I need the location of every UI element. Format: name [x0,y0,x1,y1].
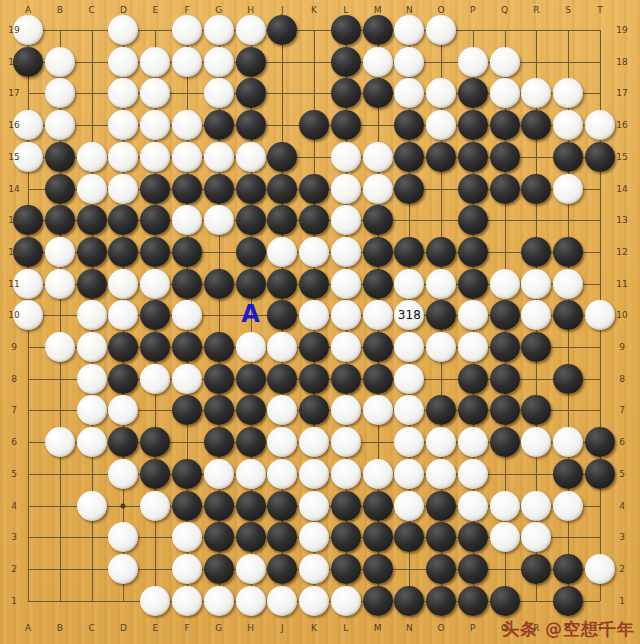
black-stone-F12 [172,237,202,267]
white-stone-Q3 [490,522,520,552]
row-label-right-13: 13 [616,216,627,225]
black-stone-J11 [267,269,297,299]
white-stone-M14 [363,174,393,204]
column-label-bottom-A: A [25,624,31,633]
row-label-left-14: 14 [8,184,19,193]
black-stone-J2 [267,554,297,584]
white-stone-E1 [140,586,170,616]
white-stone-S17 [553,78,583,108]
black-stone-H14 [236,174,266,204]
black-stone-E12 [140,237,170,267]
white-stone-M18 [363,47,393,77]
column-label-top-B: B [57,6,63,15]
row-label-right-8: 8 [619,374,625,383]
black-stone-C11 [77,269,107,299]
black-stone-F9 [172,332,202,362]
black-stone-P3 [458,522,488,552]
white-stone-D16 [108,110,138,140]
black-stone-E6 [140,427,170,457]
black-stone-H4 [236,491,266,521]
white-stone-P5 [458,459,488,489]
white-stone-S16 [553,110,583,140]
black-stone-H7 [236,395,266,425]
white-stone-C4 [77,491,107,521]
white-stone-B17 [45,78,75,108]
row-label-right-5: 5 [619,469,625,478]
black-stone-P1 [458,586,488,616]
column-label-top-Q: Q [501,6,508,15]
column-label-bottom-F: F [184,624,189,633]
white-stone-H15 [236,142,266,172]
white-stone-R11 [521,269,551,299]
white-stone-S14 [553,174,583,204]
white-stone-E15 [140,142,170,172]
white-stone-F3 [172,522,202,552]
black-stone-E5 [140,459,170,489]
black-stone-Q14 [490,174,520,204]
white-stone-D7 [108,395,138,425]
row-label-right-14: 14 [616,184,627,193]
white-stone-G15 [204,142,234,172]
white-stone-H1 [236,586,266,616]
white-stone-C7 [77,395,107,425]
black-stone-G14 [204,174,234,204]
column-label-top-D: D [120,6,127,15]
row-label-left-10: 10 [8,311,19,320]
black-stone-M17 [363,78,393,108]
white-stone-B12 [45,237,75,267]
black-stone-H11 [236,269,266,299]
black-stone-M8 [363,364,393,394]
black-stone-L18 [331,47,361,77]
row-label-left-2: 2 [11,564,17,573]
black-stone-D12 [108,237,138,267]
white-stone-L15 [331,142,361,172]
white-stone-J6 [267,427,297,457]
row-label-left-9: 9 [11,343,17,352]
white-stone-N17 [394,78,424,108]
white-stone-D18 [108,47,138,77]
black-stone-M9 [363,332,393,362]
white-stone-K3 [299,522,329,552]
black-stone-Q10 [490,300,520,330]
white-stone-G18 [204,47,234,77]
row-label-left-4: 4 [11,501,17,510]
black-stone-Q9 [490,332,520,362]
column-label-top-N: N [406,6,413,15]
black-stone-P12 [458,237,488,267]
white-stone-E16 [140,110,170,140]
black-stone-S2 [553,554,583,584]
black-stone-F11 [172,269,202,299]
row-label-left-17: 17 [8,89,19,98]
white-stone-T10 [585,300,615,330]
black-stone-K9 [299,332,329,362]
column-label-top-E: E [152,6,158,15]
go-board[interactable]: A318 AABBCCDDEEFFGGHHJJKKLLMMNNOOPPQQRRS… [0,0,640,644]
column-label-top-G: G [215,6,222,15]
black-stone-F14 [172,174,202,204]
black-stone-J8 [267,364,297,394]
white-stone-N7 [394,395,424,425]
white-stone-N9 [394,332,424,362]
black-stone-M11 [363,269,393,299]
black-stone-R2 [521,554,551,584]
black-stone-O7 [426,395,456,425]
column-label-top-L: L [343,6,348,15]
column-label-bottom-C: C [89,624,95,633]
white-stone-Q11 [490,269,520,299]
black-stone-H8 [236,364,266,394]
black-stone-S15 [553,142,583,172]
white-stone-S4 [553,491,583,521]
white-stone-L1 [331,586,361,616]
black-stone-K16 [299,110,329,140]
white-stone-O9 [426,332,456,362]
row-label-left-6: 6 [11,438,17,447]
black-stone-E9 [140,332,170,362]
column-label-bottom-B: B [57,624,63,633]
black-stone-P15 [458,142,488,172]
black-stone-H17 [236,78,266,108]
black-stone-M3 [363,522,393,552]
white-stone-D19 [108,15,138,45]
black-stone-O10 [426,300,456,330]
white-stone-D3 [108,522,138,552]
white-stone-O17 [426,78,456,108]
column-label-top-F: F [184,6,189,15]
black-stone-O15 [426,142,456,172]
black-stone-D13 [108,205,138,235]
white-stone-R6 [521,427,551,457]
white-stone-L6 [331,427,361,457]
white-stone-J5 [267,459,297,489]
white-stone-G1 [204,586,234,616]
black-stone-Q7 [490,395,520,425]
column-label-bottom-D: D [120,624,127,633]
black-stone-F5 [172,459,202,489]
black-stone-S1 [553,586,583,616]
white-stone-D17 [108,78,138,108]
black-stone-J15 [267,142,297,172]
white-stone-N5 [394,459,424,489]
row-label-right-6: 6 [619,438,625,447]
black-stone-P8 [458,364,488,394]
row-label-left-8: 8 [11,374,17,383]
white-stone-M5 [363,459,393,489]
white-stone-T2 [585,554,615,584]
white-stone-E11 [140,269,170,299]
white-stone-H2 [236,554,266,584]
black-stone-G9 [204,332,234,362]
black-stone-B15 [45,142,75,172]
white-stone-P4 [458,491,488,521]
white-stone-M7 [363,395,393,425]
black-stone-Q15 [490,142,520,172]
white-stone-L5 [331,459,361,489]
white-stone-F16 [172,110,202,140]
white-stone-R4 [521,491,551,521]
white-stone-R17 [521,78,551,108]
black-stone-N3 [394,522,424,552]
row-label-right-2: 2 [619,564,625,573]
white-stone-G19 [204,15,234,45]
black-stone-M12 [363,237,393,267]
black-stone-M13 [363,205,393,235]
row-label-left-7: 7 [11,406,17,415]
white-stone-L11 [331,269,361,299]
black-stone-O12 [426,237,456,267]
row-label-left-16: 16 [8,121,19,130]
white-stone-C9 [77,332,107,362]
white-stone-F15 [172,142,202,172]
black-stone-C12 [77,237,107,267]
black-stone-E10 [140,300,170,330]
black-stone-J13 [267,205,297,235]
black-stone-N16 [394,110,424,140]
column-label-top-A: A [25,6,31,15]
black-stone-G11 [204,269,234,299]
black-stone-E14 [140,174,170,204]
black-stone-H16 [236,110,266,140]
row-label-right-9: 9 [619,343,625,352]
white-stone-B9 [45,332,75,362]
white-stone-R10 [521,300,551,330]
black-stone-T15 [585,142,615,172]
white-stone-E8 [140,364,170,394]
row-label-left-1: 1 [11,596,17,605]
white-stone-S11 [553,269,583,299]
black-stone-B13 [45,205,75,235]
black-stone-J3 [267,522,297,552]
white-stone-O19 [426,15,456,45]
row-label-right-12: 12 [616,247,627,256]
column-label-bottom-H: H [247,624,254,633]
star-point [121,503,126,508]
black-stone-O3 [426,522,456,552]
white-stone-B6 [45,427,75,457]
white-stone-B18 [45,47,75,77]
white-stone-G17 [204,78,234,108]
white-stone-F19 [172,15,202,45]
white-stone-D14 [108,174,138,204]
white-stone-J12 [267,237,297,267]
white-stone-K1 [299,586,329,616]
column-label-top-H: H [247,6,254,15]
black-stone-S12 [553,237,583,267]
black-stone-S10 [553,300,583,330]
white-stone-F8 [172,364,202,394]
white-stone-K2 [299,554,329,584]
white-stone-D15 [108,142,138,172]
column-label-top-K: K [311,6,317,15]
black-stone-P16 [458,110,488,140]
black-stone-P13 [458,205,488,235]
column-label-bottom-P: P [470,624,475,633]
row-label-left-11: 11 [8,279,19,288]
black-stone-T6 [585,427,615,457]
black-stone-E13 [140,205,170,235]
white-stone-L12 [331,237,361,267]
black-stone-K14 [299,174,329,204]
row-label-right-10: 10 [616,311,627,320]
black-stone-Q1 [490,586,520,616]
row-label-left-3: 3 [11,533,17,542]
white-stone-K12 [299,237,329,267]
white-stone-F10 [172,300,202,330]
white-stone-M10 [363,300,393,330]
row-label-left-18: 18 [8,57,19,66]
black-stone-O1 [426,586,456,616]
white-stone-C8 [77,364,107,394]
white-stone-C10 [77,300,107,330]
column-label-bottom-G: G [215,624,222,633]
black-stone-Q16 [490,110,520,140]
black-stone-P17 [458,78,488,108]
column-label-top-O: O [438,6,445,15]
white-stone-L7 [331,395,361,425]
black-stone-L19 [331,15,361,45]
black-stone-R14 [521,174,551,204]
white-stone-E18 [140,47,170,77]
black-stone-K8 [299,364,329,394]
white-stone-L14 [331,174,361,204]
white-stone-D2 [108,554,138,584]
black-stone-H3 [236,522,266,552]
black-stone-N15 [394,142,424,172]
row-label-right-1: 1 [619,596,625,605]
column-label-bottom-O: O [438,624,445,633]
white-stone-P10 [458,300,488,330]
white-stone-K6 [299,427,329,457]
row-label-right-11: 11 [616,279,627,288]
white-stone-H19 [236,15,266,45]
black-stone-L2 [331,554,361,584]
row-label-right-15: 15 [616,152,627,161]
black-stone-F7 [172,395,202,425]
black-stone-K13 [299,205,329,235]
white-stone-L13 [331,205,361,235]
white-stone-E4 [140,491,170,521]
white-stone-P9 [458,332,488,362]
white-stone-H5 [236,459,266,489]
column-label-bottom-E: E [152,624,158,633]
white-stone-S6 [553,427,583,457]
white-stone-M15 [363,142,393,172]
black-stone-G3 [204,522,234,552]
white-stone-R3 [521,522,551,552]
white-stone-L10 [331,300,361,330]
white-stone-B11 [45,269,75,299]
black-stone-F4 [172,491,202,521]
white-stone-J9 [267,332,297,362]
row-label-right-16: 16 [616,121,627,130]
column-label-top-S: S [565,6,571,15]
white-stone-E17 [140,78,170,108]
row-label-right-19: 19 [616,26,627,35]
white-stone-Q17 [490,78,520,108]
white-stone-G5 [204,459,234,489]
column-label-bottom-M: M [374,624,382,633]
black-stone-L4 [331,491,361,521]
column-label-top-R: R [533,6,539,15]
annotation-label-A: A [241,301,260,329]
column-label-top-P: P [470,6,475,15]
black-stone-R7 [521,395,551,425]
black-stone-M1 [363,586,393,616]
white-stone-F2 [172,554,202,584]
white-stone-C14 [77,174,107,204]
row-label-left-12: 12 [8,247,19,256]
black-stone-H13 [236,205,266,235]
row-label-right-7: 7 [619,406,625,415]
white-stone-O6 [426,427,456,457]
move-number-318: 318 [398,308,421,322]
white-stone-F18 [172,47,202,77]
black-stone-J14 [267,174,297,204]
column-label-top-T: T [597,6,603,15]
black-stone-N12 [394,237,424,267]
white-stone-G13 [204,205,234,235]
white-stone-K10 [299,300,329,330]
watermark: 头条 @空想千年 [502,618,635,641]
row-label-left-5: 5 [11,469,17,478]
black-stone-H12 [236,237,266,267]
black-stone-K7 [299,395,329,425]
black-stone-J4 [267,491,297,521]
column-label-top-C: C [89,6,95,15]
white-stone-D5 [108,459,138,489]
black-stone-D8 [108,364,138,394]
black-stone-G8 [204,364,234,394]
black-stone-L17 [331,78,361,108]
black-stone-R12 [521,237,551,267]
black-stone-P14 [458,174,488,204]
white-stone-C6 [77,427,107,457]
black-stone-D6 [108,427,138,457]
black-stone-G7 [204,395,234,425]
white-stone-H9 [236,332,266,362]
row-label-left-13: 13 [8,216,19,225]
black-stone-M4 [363,491,393,521]
black-stone-L3 [331,522,361,552]
white-stone-L9 [331,332,361,362]
white-stone-P18 [458,47,488,77]
white-stone-T16 [585,110,615,140]
white-stone-D10 [108,300,138,330]
white-stone-O16 [426,110,456,140]
black-stone-J19 [267,15,297,45]
black-stone-K11 [299,269,329,299]
black-stone-B14 [45,174,75,204]
black-stone-G4 [204,491,234,521]
white-stone-N11 [394,269,424,299]
white-stone-N6 [394,427,424,457]
row-label-right-18: 18 [616,57,627,66]
white-stone-Q18 [490,47,520,77]
black-stone-H6 [236,427,266,457]
column-label-bottom-K: K [311,624,317,633]
white-stone-O11 [426,269,456,299]
white-stone-K4 [299,491,329,521]
row-label-left-15: 15 [8,152,19,161]
black-stone-R16 [521,110,551,140]
column-label-bottom-L: L [343,624,348,633]
row-label-right-3: 3 [619,533,625,542]
white-stone-D11 [108,269,138,299]
black-stone-T5 [585,459,615,489]
black-stone-M2 [363,554,393,584]
